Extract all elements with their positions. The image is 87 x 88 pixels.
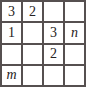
puzzle-stage: 3 2 1 3 n 2 m — [0, 0, 87, 88]
cell-r3c3[interactable]: 2 — [44, 45, 63, 64]
cell-r4c1[interactable]: m — [2, 66, 21, 85]
puzzle-board: 3 2 1 3 n 2 m — [0, 0, 86, 87]
cell-r1c1[interactable]: 3 — [2, 2, 21, 21]
cell-r2c3[interactable]: 3 — [44, 23, 63, 42]
cell-r1c4[interactable] — [65, 2, 84, 21]
cell-r2c2[interactable] — [23, 23, 42, 42]
cell-r2c4[interactable]: n — [65, 23, 84, 42]
cell-r2c1[interactable]: 1 — [2, 23, 21, 42]
cell-r1c3[interactable] — [44, 2, 63, 21]
cell-r3c2[interactable] — [23, 45, 42, 64]
cell-r3c1[interactable] — [2, 45, 21, 64]
cell-r1c2[interactable]: 2 — [23, 2, 42, 21]
cell-r4c2[interactable] — [23, 66, 42, 85]
cell-r4c3[interactable] — [44, 66, 63, 85]
cell-r3c4[interactable] — [65, 45, 84, 64]
cell-r4c4[interactable] — [65, 66, 84, 85]
